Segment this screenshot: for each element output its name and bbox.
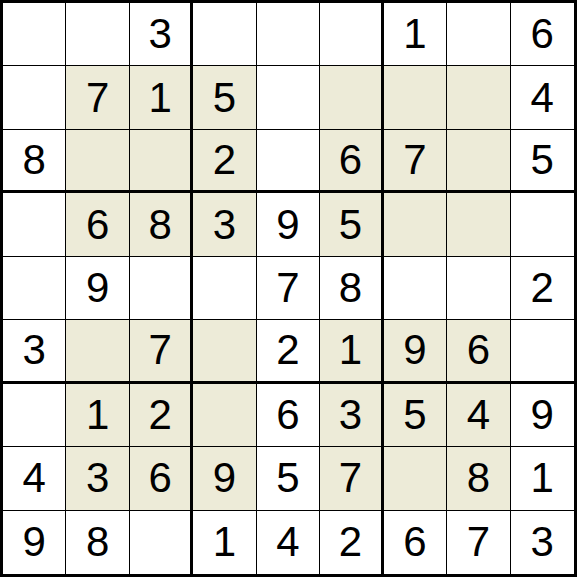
cell-r9c9[interactable]: 3 bbox=[511, 511, 574, 574]
given-digit: 4 bbox=[23, 457, 46, 499]
given-digit: 7 bbox=[467, 521, 490, 563]
cell-r4c8[interactable] bbox=[447, 193, 510, 256]
cell-r3c5[interactable] bbox=[257, 130, 320, 193]
cell-r1c4[interactable] bbox=[193, 3, 256, 66]
given-digit: 7 bbox=[339, 457, 362, 499]
given-digit: 5 bbox=[339, 204, 362, 246]
cell-r3c3[interactable] bbox=[130, 130, 193, 193]
cell-r8c9[interactable]: 1 bbox=[511, 447, 574, 510]
cell-r2c3[interactable]: 1 bbox=[130, 66, 193, 129]
given-digit: 7 bbox=[403, 139, 426, 181]
given-digit: 3 bbox=[213, 204, 236, 246]
cell-r3c8[interactable] bbox=[447, 130, 510, 193]
given-digit: 2 bbox=[339, 521, 362, 563]
cell-r2c1[interactable] bbox=[3, 66, 66, 129]
given-digit: 8 bbox=[467, 457, 490, 499]
cell-r3c7[interactable]: 7 bbox=[384, 130, 447, 193]
given-digit: 9 bbox=[213, 457, 236, 499]
cell-r2c9[interactable]: 4 bbox=[511, 66, 574, 129]
given-digit: 8 bbox=[148, 204, 171, 246]
cell-r3c9[interactable]: 5 bbox=[511, 130, 574, 193]
cell-r9c7[interactable]: 6 bbox=[384, 511, 447, 574]
cell-r4c1[interactable] bbox=[3, 193, 66, 256]
given-digit: 5 bbox=[276, 457, 299, 499]
cell-r5c8[interactable] bbox=[447, 257, 510, 320]
given-digit: 3 bbox=[148, 13, 171, 55]
cell-r9c6[interactable]: 2 bbox=[320, 511, 383, 574]
cell-r9c4[interactable]: 1 bbox=[193, 511, 256, 574]
cell-r9c5[interactable]: 4 bbox=[257, 511, 320, 574]
cell-r5c5[interactable]: 7 bbox=[257, 257, 320, 320]
cell-r5c6[interactable]: 8 bbox=[320, 257, 383, 320]
cell-r6c8[interactable]: 6 bbox=[447, 320, 510, 383]
cell-r4c2[interactable]: 6 bbox=[66, 193, 129, 256]
given-digit: 9 bbox=[23, 521, 46, 563]
given-digit: 3 bbox=[23, 329, 46, 371]
given-digit: 9 bbox=[531, 394, 554, 436]
given-digit: 1 bbox=[403, 13, 426, 55]
given-digit: 1 bbox=[213, 521, 236, 563]
given-digit: 2 bbox=[276, 329, 299, 371]
cell-r2c7[interactable] bbox=[384, 66, 447, 129]
cell-r5c7[interactable] bbox=[384, 257, 447, 320]
cell-r5c2[interactable]: 9 bbox=[66, 257, 129, 320]
cell-r3c1[interactable]: 8 bbox=[3, 130, 66, 193]
cell-r9c1[interactable]: 9 bbox=[3, 511, 66, 574]
cell-r9c3[interactable] bbox=[130, 511, 193, 574]
cell-r2c5[interactable] bbox=[257, 66, 320, 129]
cell-r7c8[interactable]: 4 bbox=[447, 384, 510, 447]
given-digit: 6 bbox=[467, 329, 490, 371]
cell-r6c7[interactable]: 9 bbox=[384, 320, 447, 383]
cell-r5c9[interactable]: 2 bbox=[511, 257, 574, 320]
cell-r6c5[interactable]: 2 bbox=[257, 320, 320, 383]
cell-r1c7[interactable]: 1 bbox=[384, 3, 447, 66]
given-digit: 6 bbox=[276, 394, 299, 436]
given-digit: 4 bbox=[276, 521, 299, 563]
given-digit: 6 bbox=[531, 13, 554, 55]
cell-r4c5[interactable]: 9 bbox=[257, 193, 320, 256]
given-digit: 6 bbox=[339, 139, 362, 181]
given-digit: 1 bbox=[339, 329, 362, 371]
cell-r6c1[interactable]: 3 bbox=[3, 320, 66, 383]
cell-r7c2[interactable]: 1 bbox=[66, 384, 129, 447]
cell-r5c4[interactable] bbox=[193, 257, 256, 320]
cell-r9c2[interactable]: 8 bbox=[66, 511, 129, 574]
given-digit: 7 bbox=[148, 329, 171, 371]
given-digit: 8 bbox=[339, 267, 362, 309]
given-digit: 6 bbox=[86, 204, 109, 246]
given-digit: 3 bbox=[86, 457, 109, 499]
cell-r6c9[interactable] bbox=[511, 320, 574, 383]
given-digit: 6 bbox=[403, 521, 426, 563]
cell-r7c4[interactable] bbox=[193, 384, 256, 447]
given-digit: 1 bbox=[86, 394, 109, 436]
cell-r1c1[interactable] bbox=[3, 3, 66, 66]
given-digit: 2 bbox=[531, 267, 554, 309]
cell-r6c4[interactable] bbox=[193, 320, 256, 383]
given-digit: 5 bbox=[403, 394, 426, 436]
cell-r7c7[interactable]: 5 bbox=[384, 384, 447, 447]
cell-r5c1[interactable] bbox=[3, 257, 66, 320]
cell-r1c3[interactable]: 3 bbox=[130, 3, 193, 66]
cell-r1c2[interactable] bbox=[66, 3, 129, 66]
cell-r7c3[interactable]: 2 bbox=[130, 384, 193, 447]
cell-r1c6[interactable] bbox=[320, 3, 383, 66]
cell-r8c4[interactable]: 9 bbox=[193, 447, 256, 510]
cell-r3c4[interactable]: 2 bbox=[193, 130, 256, 193]
cell-r7c1[interactable] bbox=[3, 384, 66, 447]
cell-r7c9[interactable]: 9 bbox=[511, 384, 574, 447]
given-digit: 8 bbox=[23, 139, 46, 181]
cell-r8c6[interactable]: 7 bbox=[320, 447, 383, 510]
given-digit: 3 bbox=[531, 521, 554, 563]
cell-r7c5[interactable]: 6 bbox=[257, 384, 320, 447]
cell-r1c9[interactable]: 6 bbox=[511, 3, 574, 66]
cell-r5c3[interactable] bbox=[130, 257, 193, 320]
cell-r8c5[interactable]: 5 bbox=[257, 447, 320, 510]
given-digit: 4 bbox=[531, 77, 554, 119]
cell-r3c2[interactable] bbox=[66, 130, 129, 193]
given-digit: 2 bbox=[213, 139, 236, 181]
cell-r6c2[interactable] bbox=[66, 320, 129, 383]
cell-r9c8[interactable]: 7 bbox=[447, 511, 510, 574]
given-digit: 9 bbox=[86, 267, 109, 309]
given-digit: 1 bbox=[531, 457, 554, 499]
given-digit: 9 bbox=[276, 204, 299, 246]
cell-r6c6[interactable]: 1 bbox=[320, 320, 383, 383]
cell-r8c7[interactable] bbox=[384, 447, 447, 510]
given-digit: 9 bbox=[403, 329, 426, 371]
cell-r4c3[interactable]: 8 bbox=[130, 193, 193, 256]
cell-r2c6[interactable] bbox=[320, 66, 383, 129]
cell-r7c6[interactable]: 3 bbox=[320, 384, 383, 447]
given-digit: 3 bbox=[339, 394, 362, 436]
cell-r1c5[interactable] bbox=[257, 3, 320, 66]
given-digit: 5 bbox=[531, 139, 554, 181]
cell-r4c7[interactable] bbox=[384, 193, 447, 256]
cell-r3c6[interactable]: 6 bbox=[320, 130, 383, 193]
cell-r1c8[interactable] bbox=[447, 3, 510, 66]
given-digit: 7 bbox=[86, 77, 109, 119]
given-digit: 6 bbox=[148, 457, 171, 499]
cell-r8c1[interactable]: 4 bbox=[3, 447, 66, 510]
given-digit: 7 bbox=[276, 267, 299, 309]
cell-r8c2[interactable]: 3 bbox=[66, 447, 129, 510]
cell-r4c4[interactable]: 3 bbox=[193, 193, 256, 256]
given-digit: 8 bbox=[86, 521, 109, 563]
given-digit: 5 bbox=[213, 77, 236, 119]
cell-r8c3[interactable]: 6 bbox=[130, 447, 193, 510]
given-digit: 4 bbox=[467, 394, 490, 436]
cell-r2c4[interactable]: 5 bbox=[193, 66, 256, 129]
cell-r6c3[interactable]: 7 bbox=[130, 320, 193, 383]
cell-r4c6[interactable]: 5 bbox=[320, 193, 383, 256]
cell-r2c2[interactable]: 7 bbox=[66, 66, 129, 129]
cell-r4c9[interactable] bbox=[511, 193, 574, 256]
given-digit: 2 bbox=[148, 394, 171, 436]
sudoku-board: 3167154826756839597823721961263549436957… bbox=[0, 0, 577, 577]
cell-r2c8[interactable] bbox=[447, 66, 510, 129]
cell-r8c8[interactable]: 8 bbox=[447, 447, 510, 510]
given-digit: 1 bbox=[148, 77, 171, 119]
